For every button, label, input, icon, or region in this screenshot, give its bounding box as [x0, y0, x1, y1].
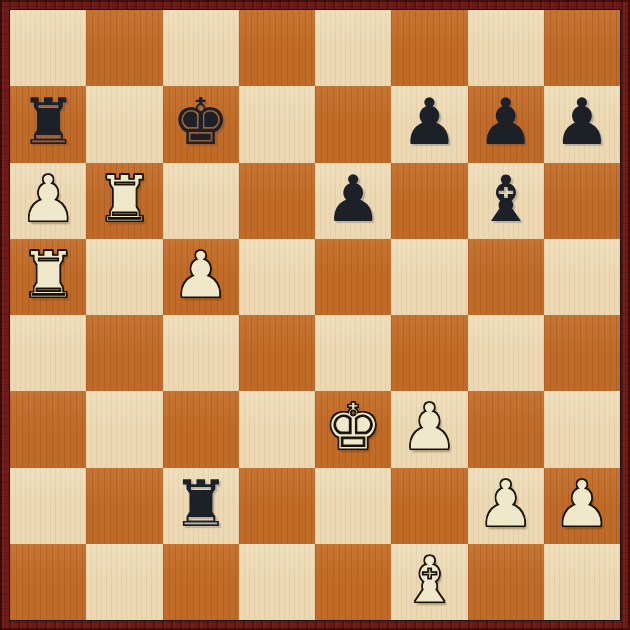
square-c6[interactable]	[163, 163, 239, 239]
square-f2[interactable]	[391, 468, 467, 544]
square-f5[interactable]	[391, 239, 467, 315]
square-b3[interactable]	[86, 391, 162, 467]
square-b6[interactable]: ♜	[86, 163, 162, 239]
square-a1[interactable]	[10, 544, 86, 620]
piece-black-pawn[interactable]: ♟	[401, 90, 458, 154]
piece-black-king[interactable]: ♚	[172, 90, 229, 154]
square-e3[interactable]: ♚	[315, 391, 391, 467]
square-d5[interactable]	[239, 239, 315, 315]
piece-white-bishop[interactable]: ♝	[401, 548, 458, 612]
square-b4[interactable]	[86, 315, 162, 391]
square-c1[interactable]	[163, 544, 239, 620]
square-a3[interactable]	[10, 391, 86, 467]
square-f3[interactable]: ♟	[391, 391, 467, 467]
square-d7[interactable]	[239, 86, 315, 162]
piece-white-pawn[interactable]: ♟	[172, 243, 229, 307]
square-a8[interactable]	[10, 10, 86, 86]
square-g3[interactable]	[468, 391, 544, 467]
square-c4[interactable]	[163, 315, 239, 391]
square-g8[interactable]	[468, 10, 544, 86]
piece-black-rook[interactable]: ♜	[172, 472, 229, 536]
square-a4[interactable]	[10, 315, 86, 391]
piece-black-pawn[interactable]: ♟	[477, 90, 534, 154]
piece-white-pawn[interactable]: ♟	[19, 167, 76, 231]
square-g5[interactable]	[468, 239, 544, 315]
square-e8[interactable]	[315, 10, 391, 86]
square-d6[interactable]	[239, 163, 315, 239]
square-f7[interactable]: ♟	[391, 86, 467, 162]
square-h1[interactable]	[544, 544, 620, 620]
square-e7[interactable]	[315, 86, 391, 162]
square-g2[interactable]: ♟	[468, 468, 544, 544]
square-a5[interactable]: ♜	[10, 239, 86, 315]
piece-white-king[interactable]: ♚	[324, 395, 381, 459]
square-b2[interactable]	[86, 468, 162, 544]
square-d4[interactable]	[239, 315, 315, 391]
square-d8[interactable]	[239, 10, 315, 86]
square-h7[interactable]: ♟	[544, 86, 620, 162]
square-b5[interactable]	[86, 239, 162, 315]
piece-black-rook[interactable]: ♜	[19, 90, 76, 154]
piece-white-rook[interactable]: ♜	[96, 167, 153, 231]
square-h3[interactable]	[544, 391, 620, 467]
square-e6[interactable]: ♟	[315, 163, 391, 239]
square-a7[interactable]: ♜	[10, 86, 86, 162]
square-d3[interactable]	[239, 391, 315, 467]
square-f4[interactable]	[391, 315, 467, 391]
square-a6[interactable]: ♟	[10, 163, 86, 239]
square-c2[interactable]: ♜	[163, 468, 239, 544]
piece-black-pawn[interactable]: ♟	[324, 167, 381, 231]
square-c5[interactable]: ♟	[163, 239, 239, 315]
piece-white-pawn[interactable]: ♟	[553, 472, 610, 536]
square-a2[interactable]	[10, 468, 86, 544]
square-d1[interactable]	[239, 544, 315, 620]
piece-black-pawn[interactable]: ♟	[553, 90, 610, 154]
square-e1[interactable]	[315, 544, 391, 620]
square-g7[interactable]: ♟	[468, 86, 544, 162]
square-c3[interactable]	[163, 391, 239, 467]
board-frame: ♜♚♟♟♟♟♜♟♝♜♟♚♟♜♟♟♝	[0, 0, 630, 630]
square-b8[interactable]	[86, 10, 162, 86]
piece-black-bishop[interactable]: ♝	[477, 167, 534, 231]
square-g6[interactable]: ♝	[468, 163, 544, 239]
square-g1[interactable]	[468, 544, 544, 620]
square-f8[interactable]	[391, 10, 467, 86]
square-h4[interactable]	[544, 315, 620, 391]
square-h5[interactable]	[544, 239, 620, 315]
piece-white-rook[interactable]: ♜	[19, 243, 76, 307]
square-e4[interactable]	[315, 315, 391, 391]
square-f1[interactable]: ♝	[391, 544, 467, 620]
square-c8[interactable]	[163, 10, 239, 86]
square-h2[interactable]: ♟	[544, 468, 620, 544]
square-h8[interactable]	[544, 10, 620, 86]
square-c7[interactable]: ♚	[163, 86, 239, 162]
square-e5[interactable]	[315, 239, 391, 315]
square-f6[interactable]	[391, 163, 467, 239]
chess-board: ♜♚♟♟♟♟♜♟♝♜♟♚♟♜♟♟♝	[9, 9, 621, 621]
square-g4[interactable]	[468, 315, 544, 391]
square-h6[interactable]	[544, 163, 620, 239]
square-e2[interactable]	[315, 468, 391, 544]
piece-white-pawn[interactable]: ♟	[401, 395, 458, 459]
piece-white-pawn[interactable]: ♟	[477, 472, 534, 536]
square-b7[interactable]	[86, 86, 162, 162]
square-b1[interactable]	[86, 544, 162, 620]
square-d2[interactable]	[239, 468, 315, 544]
